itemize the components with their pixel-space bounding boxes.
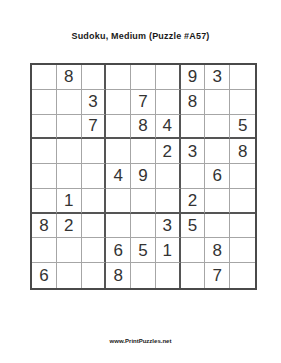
cell-r7c3[interactable] bbox=[82, 214, 107, 239]
cell-r4c8[interactable] bbox=[205, 139, 230, 164]
cell-r8c6[interactable]: 1 bbox=[156, 238, 181, 263]
cell-r4c5[interactable] bbox=[131, 139, 156, 164]
cell-r1c7[interactable]: 9 bbox=[181, 65, 206, 90]
cell-r7c6[interactable]: 3 bbox=[156, 214, 181, 239]
cell-r8c5[interactable]: 5 bbox=[131, 238, 156, 263]
cell-r1c5[interactable] bbox=[131, 65, 156, 90]
cell-r1c4[interactable] bbox=[106, 65, 131, 90]
cell-r3c5[interactable]: 8 bbox=[131, 115, 156, 140]
cell-r6c7[interactable]: 2 bbox=[181, 189, 206, 214]
cell-r1c8[interactable]: 3 bbox=[205, 65, 230, 90]
cell-r9c6[interactable] bbox=[156, 263, 181, 288]
cell-r8c3[interactable] bbox=[82, 238, 107, 263]
cell-r9c5[interactable] bbox=[131, 263, 156, 288]
cell-r5c3[interactable] bbox=[82, 164, 107, 189]
cell-r1c3[interactable] bbox=[82, 65, 107, 90]
cell-r5c1[interactable] bbox=[32, 164, 57, 189]
cell-r4c9[interactable]: 8 bbox=[230, 139, 255, 164]
cell-r6c1[interactable] bbox=[32, 189, 57, 214]
cell-r3c7[interactable] bbox=[181, 115, 206, 140]
cell-r8c2[interactable] bbox=[57, 238, 82, 263]
cell-r6c4[interactable] bbox=[106, 189, 131, 214]
cell-r7c7[interactable]: 5 bbox=[181, 214, 206, 239]
cell-r9c7[interactable] bbox=[181, 263, 206, 288]
cell-r6c6[interactable] bbox=[156, 189, 181, 214]
cell-r7c5[interactable] bbox=[131, 214, 156, 239]
cell-r2c2[interactable] bbox=[57, 90, 82, 115]
cell-r7c9[interactable] bbox=[230, 214, 255, 239]
puzzle-page: Sudoku, Medium (Puzzle #A57) 89337878452… bbox=[0, 0, 281, 363]
cell-r4c1[interactable] bbox=[32, 139, 57, 164]
cell-r6c5[interactable] bbox=[131, 189, 156, 214]
cell-r9c4[interactable]: 8 bbox=[106, 263, 131, 288]
cell-r1c6[interactable] bbox=[156, 65, 181, 90]
cell-r4c7[interactable]: 3 bbox=[181, 139, 206, 164]
cell-r8c1[interactable] bbox=[32, 238, 57, 263]
cell-r3c4[interactable] bbox=[106, 115, 131, 140]
cell-r6c9[interactable] bbox=[230, 189, 255, 214]
cell-r2c1[interactable] bbox=[32, 90, 57, 115]
cell-r7c4[interactable] bbox=[106, 214, 131, 239]
cell-r7c2[interactable]: 2 bbox=[57, 214, 82, 239]
cell-r6c3[interactable] bbox=[82, 189, 107, 214]
cell-r2c5[interactable]: 7 bbox=[131, 90, 156, 115]
cell-r9c2[interactable] bbox=[57, 263, 82, 288]
cell-r9c9[interactable] bbox=[230, 263, 255, 288]
cell-r2c6[interactable] bbox=[156, 90, 181, 115]
cell-r4c6[interactable]: 2 bbox=[156, 139, 181, 164]
cell-r8c9[interactable] bbox=[230, 238, 255, 263]
cell-r5c8[interactable]: 6 bbox=[205, 164, 230, 189]
cell-r6c2[interactable]: 1 bbox=[57, 189, 82, 214]
cell-r5c4[interactable]: 4 bbox=[106, 164, 131, 189]
cell-r7c8[interactable] bbox=[205, 214, 230, 239]
cell-r4c2[interactable] bbox=[57, 139, 82, 164]
cell-r9c1[interactable]: 6 bbox=[32, 263, 57, 288]
cell-r3c3[interactable]: 7 bbox=[82, 115, 107, 140]
puzzle-title: Sudoku, Medium (Puzzle #A57) bbox=[0, 31, 281, 41]
cell-r2c7[interactable]: 8 bbox=[181, 90, 206, 115]
cell-r2c8[interactable] bbox=[205, 90, 230, 115]
cell-r8c4[interactable]: 6 bbox=[106, 238, 131, 263]
cell-r2c4[interactable] bbox=[106, 90, 131, 115]
cell-r5c6[interactable] bbox=[156, 164, 181, 189]
cell-r9c3[interactable] bbox=[82, 263, 107, 288]
cell-r4c3[interactable] bbox=[82, 139, 107, 164]
cell-r9c8[interactable]: 7 bbox=[205, 263, 230, 288]
cell-r8c8[interactable]: 8 bbox=[205, 238, 230, 263]
cell-r6c8[interactable] bbox=[205, 189, 230, 214]
cell-r5c9[interactable] bbox=[230, 164, 255, 189]
cell-r4c4[interactable] bbox=[106, 139, 131, 164]
cell-r5c5[interactable]: 9 bbox=[131, 164, 156, 189]
cell-r5c2[interactable] bbox=[57, 164, 82, 189]
footer-url: www.PrintPuzzles.net bbox=[0, 338, 281, 344]
cell-r3c1[interactable] bbox=[32, 115, 57, 140]
cell-r3c9[interactable]: 5 bbox=[230, 115, 255, 140]
cell-r3c8[interactable] bbox=[205, 115, 230, 140]
sudoku-board: 89337878452384961282356518687 bbox=[30, 63, 257, 290]
cell-r5c7[interactable] bbox=[181, 164, 206, 189]
cell-r8c7[interactable] bbox=[181, 238, 206, 263]
cell-r1c1[interactable] bbox=[32, 65, 57, 90]
cell-r1c2[interactable]: 8 bbox=[57, 65, 82, 90]
cell-r3c2[interactable] bbox=[57, 115, 82, 140]
cell-r3c6[interactable]: 4 bbox=[156, 115, 181, 140]
cell-r1c9[interactable] bbox=[230, 65, 255, 90]
cell-r2c3[interactable]: 3 bbox=[82, 90, 107, 115]
cell-r2c9[interactable] bbox=[230, 90, 255, 115]
cell-r7c1[interactable]: 8 bbox=[32, 214, 57, 239]
